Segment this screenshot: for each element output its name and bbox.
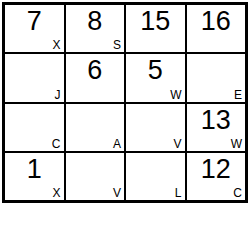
grid-cell-r2c3[interactable]: 13W — [187, 104, 246, 151]
grid-cell-r3c0[interactable]: 1X — [5, 153, 64, 200]
grid-cell-r1c1[interactable]: 6 — [66, 54, 125, 101]
grid-cell-r1c3[interactable]: E — [187, 54, 246, 101]
grid-cell-r0c1[interactable]: 8S — [66, 5, 125, 52]
cell-corner-letter: C — [52, 138, 61, 151]
cell-corner-letter: S — [113, 39, 121, 52]
cell-corner-letter: X — [52, 39, 60, 52]
grid-cell-r0c3[interactable]: 16 — [187, 5, 246, 52]
cell-corner-letter: W — [170, 89, 181, 102]
cell-number: 5 — [126, 55, 185, 85]
cell-corner-letter: V — [113, 187, 121, 200]
cell-number: 15 — [126, 6, 185, 36]
cell-number: 1 — [5, 154, 64, 184]
grid-cell-r3c2[interactable]: L — [126, 153, 185, 200]
cell-corner-letter: L — [175, 187, 182, 200]
cell-number: 13 — [187, 105, 246, 135]
cell-corner-letter: V — [173, 138, 181, 151]
grid-cell-r3c1[interactable]: V — [66, 153, 125, 200]
cell-corner-letter: A — [113, 138, 121, 151]
grid-cell-r1c0[interactable]: J — [5, 54, 64, 101]
grid-cell-r2c0[interactable]: C — [5, 104, 64, 151]
cell-number: 16 — [187, 6, 246, 36]
cell-number: 12 — [187, 154, 246, 184]
cell-number: 6 — [66, 55, 125, 85]
grid-cell-r2c2[interactable]: V — [126, 104, 185, 151]
cell-corner-letter: W — [231, 138, 242, 151]
cell-number: 8 — [66, 6, 125, 36]
puzzle-grid: 7X8S1516J65WECAV13W1XVL12C — [2, 2, 248, 203]
grid-cell-r0c2[interactable]: 15 — [126, 5, 185, 52]
cell-corner-letter: C — [233, 187, 242, 200]
cell-number: 7 — [5, 6, 64, 36]
grid-cell-r2c1[interactable]: A — [66, 104, 125, 151]
grid-cell-r0c0[interactable]: 7X — [5, 5, 64, 52]
cell-corner-letter: J — [55, 89, 61, 102]
grid-cell-r3c3[interactable]: 12C — [187, 153, 246, 200]
cell-corner-letter: X — [52, 187, 60, 200]
cell-corner-letter: E — [234, 89, 242, 102]
grid-cell-r1c2[interactable]: 5W — [126, 54, 185, 101]
